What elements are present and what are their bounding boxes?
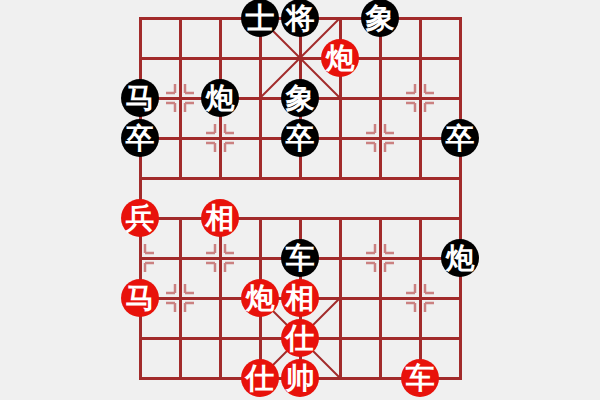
xiangqi-board: 士将象炮马炮象卒卒卒兵相车炮马炮相仕仕帅车 (0, 0, 600, 400)
piece-red-soldier-1[interactable]: 兵 (121, 199, 159, 237)
piece-black-cannon-2[interactable]: 炮 (441, 239, 479, 277)
piece-black-elephant-1[interactable]: 象 (361, 0, 399, 37)
piece-black-cannon-1[interactable]: 炮 (201, 79, 239, 117)
piece-red-horse-1[interactable]: 马 (121, 279, 159, 317)
piece-red-elephant-1[interactable]: 相 (201, 199, 239, 237)
piece-black-elephant-2[interactable]: 象 (281, 79, 319, 117)
piece-red-cannon-2[interactable]: 炮 (241, 279, 279, 317)
piece-black-chariot-1[interactable]: 车 (281, 239, 319, 277)
piece-red-cannon-1[interactable]: 炮 (321, 39, 359, 77)
piece-black-horse-1[interactable]: 马 (121, 79, 159, 117)
piece-red-general[interactable]: 帅 (281, 359, 319, 397)
piece-red-advisor-1[interactable]: 仕 (281, 319, 319, 357)
piece-black-soldier-1[interactable]: 卒 (121, 119, 159, 157)
piece-grid: 士将象炮马炮象卒卒卒兵相车炮马炮相仕仕帅车 (120, 0, 480, 398)
piece-black-general[interactable]: 将 (281, 0, 319, 37)
piece-red-chariot-1[interactable]: 车 (401, 359, 439, 397)
piece-red-advisor-2[interactable]: 仕 (241, 359, 279, 397)
piece-black-advisor-1[interactable]: 士 (241, 0, 279, 37)
piece-black-soldier-2[interactable]: 卒 (281, 119, 319, 157)
piece-black-soldier-3[interactable]: 卒 (441, 119, 479, 157)
piece-red-elephant-2[interactable]: 相 (281, 279, 319, 317)
